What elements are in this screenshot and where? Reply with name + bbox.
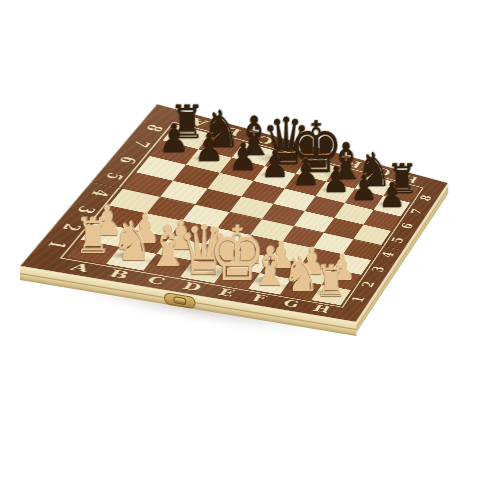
black-pawn-icon: ♟ xyxy=(228,138,257,176)
piece-black-pawn-b7[interactable]: ♟ xyxy=(192,129,227,168)
white-rook-icon: ♜ xyxy=(315,260,348,303)
black-pawn-icon: ♟ xyxy=(194,129,224,168)
rank-label-left-1: 1 xyxy=(42,239,72,250)
latch-knob-icon xyxy=(173,296,186,305)
black-pawn-icon: ♟ xyxy=(351,170,378,205)
black-pawn-icon: ♟ xyxy=(292,155,320,192)
rank-label-right-4: 4 xyxy=(378,250,398,259)
rank-label-right-7: 7 xyxy=(407,207,426,216)
rank-label-left-6: 6 xyxy=(114,154,141,165)
rank-label-right-1: 1 xyxy=(347,295,368,303)
rank-label-left-5: 5 xyxy=(100,171,128,182)
rank-label-left-7: 7 xyxy=(128,138,155,149)
piece-black-pawn-d7[interactable]: ♟ xyxy=(258,147,292,184)
rank-label-right-3: 3 xyxy=(368,265,388,274)
black-pawn-icon: ♟ xyxy=(379,178,405,213)
black-pawn-icon: ♟ xyxy=(159,120,189,160)
black-pawn-icon: ♟ xyxy=(322,163,349,199)
piece-black-pawn-c7[interactable]: ♟ xyxy=(225,138,259,176)
piece-black-pawn-h7[interactable]: ♟ xyxy=(376,178,407,213)
piece-black-pawn-a7[interactable]: ♟ xyxy=(156,120,192,160)
rank-label-right-6: 6 xyxy=(397,221,416,230)
rank-label-right-5: 5 xyxy=(388,236,408,245)
piece-black-pawn-f7[interactable]: ♟ xyxy=(319,163,351,199)
black-pawn-icon: ♟ xyxy=(260,147,289,184)
rank-label-right-2: 2 xyxy=(358,280,379,289)
piece-white-rook-h1[interactable]: ♜ xyxy=(312,260,350,303)
scene: AABBCCDDEEFFGGHH1122334455667788 ♜♞♝♛♚♝♞… xyxy=(0,0,480,480)
piece-black-pawn-e7[interactable]: ♟ xyxy=(289,155,322,192)
piece-black-pawn-g7[interactable]: ♟ xyxy=(348,170,380,205)
